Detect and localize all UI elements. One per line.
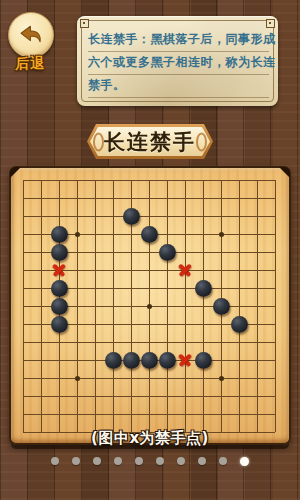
board-cell xyxy=(86,243,104,261)
board-cell xyxy=(230,387,248,405)
board-cell xyxy=(32,387,50,405)
page-dot[interactable] xyxy=(198,457,206,465)
title-plaque-inner: 长连禁手 xyxy=(90,127,210,156)
board-cell xyxy=(212,387,230,405)
board-cell xyxy=(68,297,86,315)
page-dot[interactable] xyxy=(114,457,122,465)
black-stone xyxy=(51,226,68,243)
board-cell xyxy=(140,261,158,279)
board-cell xyxy=(176,243,194,261)
board-cell xyxy=(50,333,68,351)
board-cell xyxy=(104,279,122,297)
board-cell xyxy=(104,189,122,207)
board-cell xyxy=(32,279,50,297)
board-cell xyxy=(50,189,68,207)
board-cell xyxy=(158,315,176,333)
black-stone xyxy=(231,316,248,333)
board-cell xyxy=(68,369,86,387)
board-cell xyxy=(230,405,248,423)
board-cell xyxy=(266,261,284,279)
board-cell xyxy=(266,369,284,387)
star-point xyxy=(219,376,224,381)
board-cell xyxy=(266,225,284,243)
forbidden-point-marker xyxy=(51,262,67,278)
board-cell xyxy=(158,387,176,405)
board-cell xyxy=(50,171,68,189)
page-dot[interactable] xyxy=(219,457,227,465)
board-cell xyxy=(212,261,230,279)
board-cell xyxy=(50,315,68,333)
board-cell xyxy=(122,387,140,405)
board-cell xyxy=(158,279,176,297)
board-cell xyxy=(50,207,68,225)
board-cell xyxy=(14,225,32,243)
black-stone xyxy=(195,280,212,297)
board-cell xyxy=(104,333,122,351)
board-cell xyxy=(104,261,122,279)
board-cell xyxy=(194,171,212,189)
board-cell xyxy=(176,405,194,423)
board-cell xyxy=(68,189,86,207)
board-cell xyxy=(176,315,194,333)
board-cell xyxy=(266,207,284,225)
board-cell xyxy=(104,297,122,315)
board-cell xyxy=(212,243,230,261)
star-point xyxy=(219,232,224,237)
board-cell xyxy=(212,351,230,369)
board-cell xyxy=(194,297,212,315)
board-cell xyxy=(104,243,122,261)
board-cell xyxy=(266,405,284,423)
black-stone xyxy=(51,280,68,297)
tutorial-line: 禁手。 xyxy=(88,75,269,98)
forbidden-point-marker xyxy=(177,262,193,278)
board-cell xyxy=(140,297,158,315)
board-cell xyxy=(32,189,50,207)
board-cell xyxy=(14,315,32,333)
board-cell xyxy=(212,279,230,297)
board-cell xyxy=(266,315,284,333)
board-cell xyxy=(212,297,230,315)
board-cell xyxy=(14,351,32,369)
board-cell xyxy=(104,225,122,243)
board-cell xyxy=(32,333,50,351)
board-cell xyxy=(158,225,176,243)
board-cell xyxy=(248,333,266,351)
black-stone xyxy=(51,244,68,261)
board-cell xyxy=(140,279,158,297)
board-cell xyxy=(176,369,194,387)
board-cell xyxy=(212,171,230,189)
tutorial-line: 长连禁手：黑棋落子后，同事形成 xyxy=(88,29,269,52)
board-cell xyxy=(176,171,194,189)
board-cell xyxy=(158,333,176,351)
board-cell xyxy=(140,189,158,207)
board-cell xyxy=(122,405,140,423)
board-cell xyxy=(230,297,248,315)
board-cell xyxy=(230,333,248,351)
black-stone xyxy=(141,226,158,243)
board-cell xyxy=(212,369,230,387)
board-cell xyxy=(50,405,68,423)
page-dot[interactable] xyxy=(240,457,249,466)
board-cell xyxy=(32,171,50,189)
black-stone xyxy=(51,316,68,333)
board-cell xyxy=(176,297,194,315)
board-cell xyxy=(86,333,104,351)
board-cell xyxy=(230,207,248,225)
board-cell xyxy=(14,243,32,261)
board-cell xyxy=(86,279,104,297)
board-cell xyxy=(50,261,68,279)
board-cell xyxy=(266,297,284,315)
board-cell xyxy=(230,243,248,261)
board-cell xyxy=(158,369,176,387)
board-cell xyxy=(158,297,176,315)
board-cell xyxy=(212,333,230,351)
board-cell xyxy=(50,387,68,405)
board-cell xyxy=(50,297,68,315)
board-cell xyxy=(140,207,158,225)
screen: 后退 长连禁手：黑棋落子后，同事形成 六个或更多黑子相连时，称为长连 禁手。 长… xyxy=(0,0,300,500)
board-cell xyxy=(176,261,194,279)
board-cell xyxy=(176,279,194,297)
star-point xyxy=(147,304,152,309)
board-cell xyxy=(50,243,68,261)
board-cell xyxy=(14,333,32,351)
board-cell xyxy=(14,369,32,387)
board-cell xyxy=(194,369,212,387)
black-stone xyxy=(159,352,176,369)
board-cell xyxy=(230,171,248,189)
board-cell xyxy=(86,225,104,243)
board-cell xyxy=(14,297,32,315)
board-cell xyxy=(104,387,122,405)
black-stone xyxy=(123,352,140,369)
page-dot[interactable] xyxy=(51,457,59,465)
board-cell xyxy=(248,207,266,225)
board-cell xyxy=(68,225,86,243)
board-cell xyxy=(104,207,122,225)
board-cell xyxy=(194,387,212,405)
black-stone xyxy=(123,208,140,225)
board-cell xyxy=(212,315,230,333)
board-cell xyxy=(140,315,158,333)
board-cell xyxy=(86,387,104,405)
board-cell xyxy=(14,207,32,225)
board-cell xyxy=(68,261,86,279)
board-cell xyxy=(32,351,50,369)
board-cell xyxy=(86,351,104,369)
board-cell xyxy=(158,189,176,207)
board-cell xyxy=(104,171,122,189)
board-cell xyxy=(122,351,140,369)
board-cell xyxy=(212,225,230,243)
board-cell xyxy=(32,243,50,261)
board-cell xyxy=(248,189,266,207)
board-cell xyxy=(104,315,122,333)
board-cell xyxy=(140,225,158,243)
board-cell xyxy=(122,243,140,261)
board-cell xyxy=(122,171,140,189)
board-cell xyxy=(230,225,248,243)
plaque-ornament-icon xyxy=(196,132,207,151)
board-cell xyxy=(194,279,212,297)
board-cell xyxy=(266,171,284,189)
board-cell xyxy=(68,405,86,423)
board-cell xyxy=(86,171,104,189)
board-cell xyxy=(176,207,194,225)
black-stone xyxy=(51,298,68,315)
board-cell xyxy=(50,225,68,243)
board-cell xyxy=(68,243,86,261)
board-cell xyxy=(194,261,212,279)
board-cell xyxy=(122,279,140,297)
board-cell xyxy=(230,351,248,369)
black-stone xyxy=(105,352,122,369)
board-cell xyxy=(140,387,158,405)
board-cell xyxy=(230,315,248,333)
board-cell xyxy=(158,351,176,369)
board-cell xyxy=(158,171,176,189)
black-stone xyxy=(195,352,212,369)
board-cell xyxy=(50,351,68,369)
board-cell xyxy=(248,369,266,387)
page-dot[interactable] xyxy=(93,457,101,465)
board-cell xyxy=(50,279,68,297)
board-cell xyxy=(86,207,104,225)
board-cell xyxy=(14,189,32,207)
board-cell xyxy=(230,369,248,387)
board-cell xyxy=(122,261,140,279)
board-cell xyxy=(140,171,158,189)
board-cell xyxy=(248,243,266,261)
board-cell xyxy=(266,333,284,351)
board-cell xyxy=(212,207,230,225)
board-cell xyxy=(14,405,32,423)
board-cell xyxy=(86,189,104,207)
board-cell xyxy=(68,351,86,369)
board-cell xyxy=(140,351,158,369)
board-cell xyxy=(86,405,104,423)
board-cell xyxy=(194,189,212,207)
board-cell xyxy=(158,405,176,423)
board-cell xyxy=(68,315,86,333)
board-cell xyxy=(14,279,32,297)
corner-ornament-icon xyxy=(266,19,275,28)
board-cell xyxy=(194,351,212,369)
tutorial-panel: 长连禁手：黑棋落子后，同事形成 六个或更多黑子相连时，称为长连 禁手。 xyxy=(77,16,278,106)
tutorial-line: 六个或更多黑子相连时，称为长连 xyxy=(88,52,269,75)
board-cell xyxy=(122,297,140,315)
back-button[interactable] xyxy=(8,12,54,58)
board-cell xyxy=(14,171,32,189)
board-cell xyxy=(266,189,284,207)
board-cell xyxy=(248,315,266,333)
board-cell xyxy=(266,279,284,297)
board-cell xyxy=(32,207,50,225)
tutorial-text: 长连禁手：黑棋落子后，同事形成 六个或更多黑子相连时，称为长连 禁手。 xyxy=(88,29,269,98)
board-cell xyxy=(248,261,266,279)
page-dot[interactable] xyxy=(177,457,185,465)
board-cell xyxy=(248,171,266,189)
board-cell xyxy=(122,225,140,243)
board-cell xyxy=(68,387,86,405)
board-cell xyxy=(140,405,158,423)
board-cell xyxy=(122,315,140,333)
board-cell xyxy=(32,369,50,387)
board-cell xyxy=(68,279,86,297)
board-cell xyxy=(86,369,104,387)
board-cell xyxy=(230,189,248,207)
board-cell xyxy=(194,225,212,243)
board-cell xyxy=(14,261,32,279)
board-cell xyxy=(194,315,212,333)
page-dot[interactable] xyxy=(72,457,80,465)
board-cell xyxy=(122,333,140,351)
board-cell xyxy=(32,405,50,423)
board-grid xyxy=(14,171,284,441)
board-cell xyxy=(68,333,86,351)
board-cell xyxy=(248,297,266,315)
title-plaque: 长连禁手 xyxy=(87,124,213,159)
board-cell xyxy=(86,297,104,315)
board-cell xyxy=(140,243,158,261)
board-cell xyxy=(50,369,68,387)
board-cell xyxy=(122,207,140,225)
black-stone xyxy=(213,298,230,315)
board-cell xyxy=(32,297,50,315)
board-cell xyxy=(104,351,122,369)
board-caption: (图中x为禁手点) xyxy=(0,429,300,448)
board-cell xyxy=(194,243,212,261)
board-cell xyxy=(212,189,230,207)
board-cell xyxy=(266,243,284,261)
board-cell xyxy=(194,405,212,423)
corner-ornament-icon xyxy=(80,19,89,28)
board-cell xyxy=(122,189,140,207)
board-cell xyxy=(158,243,176,261)
board-cell xyxy=(32,261,50,279)
pagination xyxy=(0,456,300,466)
board-cell xyxy=(194,333,212,351)
gomoku-board xyxy=(9,166,291,445)
star-point xyxy=(75,232,80,237)
plaque-ornament-icon xyxy=(93,132,104,151)
page-dot[interactable] xyxy=(135,457,143,465)
board-cell xyxy=(266,351,284,369)
board-cell xyxy=(86,315,104,333)
board-cell xyxy=(248,351,266,369)
board-cell xyxy=(212,405,230,423)
board-cell xyxy=(140,333,158,351)
board-cell xyxy=(176,333,194,351)
board-cell xyxy=(176,189,194,207)
board-cell xyxy=(104,369,122,387)
board-cell xyxy=(32,315,50,333)
board-cell xyxy=(32,225,50,243)
board-cell xyxy=(194,207,212,225)
back-arrow-icon xyxy=(16,21,46,49)
board-cell xyxy=(68,207,86,225)
board-cell xyxy=(248,405,266,423)
forbidden-point-marker xyxy=(177,352,193,368)
board-cell xyxy=(68,171,86,189)
board-cell xyxy=(14,387,32,405)
board-cell xyxy=(266,387,284,405)
board-cell xyxy=(122,369,140,387)
board-cell xyxy=(86,261,104,279)
board-cell xyxy=(230,261,248,279)
board-cell xyxy=(158,261,176,279)
board-cell xyxy=(248,225,266,243)
board-cell xyxy=(248,279,266,297)
board-cell xyxy=(176,351,194,369)
board-cell xyxy=(140,369,158,387)
page-title: 长连禁手 xyxy=(104,128,196,156)
board-cell xyxy=(176,225,194,243)
board-cell xyxy=(104,405,122,423)
board-cell xyxy=(230,279,248,297)
board-cell xyxy=(176,387,194,405)
board-cell xyxy=(248,387,266,405)
black-stone xyxy=(141,352,158,369)
black-stone xyxy=(159,244,176,261)
page-dot[interactable] xyxy=(156,457,164,465)
back-button-label: 后退 xyxy=(2,55,58,73)
board-cell xyxy=(158,207,176,225)
star-point xyxy=(75,376,80,381)
